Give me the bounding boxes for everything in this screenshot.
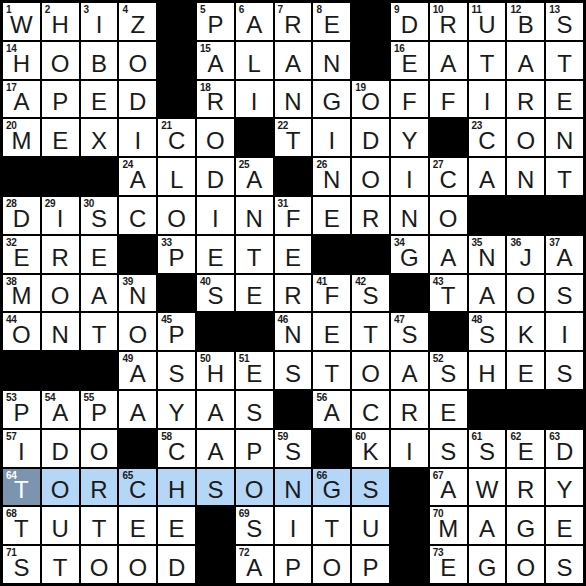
cell-r14c7[interactable]: 69S	[236, 507, 273, 544]
cell-letter: D	[3, 207, 40, 231]
cell-r7c4-block	[119, 236, 156, 273]
cell-r3c9[interactable]: G	[313, 81, 350, 118]
cell-r13c5[interactable]: H	[158, 469, 195, 506]
cell-r6c6[interactable]: I	[197, 197, 234, 234]
cell-r7c11[interactable]: 34G	[391, 236, 428, 273]
cell-r3c5-block	[158, 81, 195, 118]
cell-r11c14-block	[507, 391, 544, 428]
cell-r8c15[interactable]: S	[546, 275, 583, 312]
cell-r2c15[interactable]: T	[546, 42, 583, 79]
cell-r10c15[interactable]: S	[546, 352, 583, 389]
cell-r4c10[interactable]: D	[352, 119, 389, 156]
cell-r1c12[interactable]: 10R	[430, 3, 467, 40]
cell-letter: E	[313, 13, 350, 37]
cell-letter: O	[42, 52, 79, 76]
cell-r1c14[interactable]: 12B	[507, 3, 544, 40]
cell-r15c6-block	[197, 546, 234, 583]
cell-letter: I	[81, 13, 118, 37]
cell-r9c9[interactable]: E	[313, 313, 350, 350]
cell-r14c13[interactable]: A	[469, 507, 506, 544]
cell-r5c14[interactable]: N	[507, 158, 544, 195]
cell-r6c7[interactable]: N	[236, 197, 273, 234]
cell-letter: S	[275, 440, 312, 464]
cell-r5c12[interactable]: 27C	[430, 158, 467, 195]
cell-letter: N	[42, 323, 79, 347]
cell-letter: P	[236, 440, 273, 464]
cell-r12c12[interactable]: S	[430, 430, 467, 467]
cell-r13c13[interactable]: W	[469, 469, 506, 506]
cell-r11c11[interactable]: R	[391, 391, 428, 428]
cell-r12c11[interactable]: I	[391, 430, 428, 467]
cell-r10c5[interactable]: S	[158, 352, 195, 389]
cell-letter: H	[3, 52, 40, 76]
cell-r12c6[interactable]: A	[197, 430, 234, 467]
cell-letter: S	[546, 13, 583, 37]
cell-r3c1[interactable]: 17A	[3, 81, 40, 118]
cell-r7c12[interactable]: A	[430, 236, 467, 273]
cell-r6c11[interactable]: N	[391, 197, 428, 234]
cell-r9c2[interactable]: N	[42, 313, 79, 350]
cell-r6c4[interactable]: C	[119, 197, 156, 234]
cell-letter: S	[469, 323, 506, 347]
cell-r6c15-block	[546, 197, 583, 234]
cell-r8c8[interactable]: R	[275, 275, 312, 312]
cell-r15c14[interactable]: O	[507, 546, 544, 583]
cell-letter: P	[352, 556, 389, 580]
cell-r1c6[interactable]: 5P	[197, 3, 234, 40]
cell-r1c11[interactable]: 9D	[391, 3, 428, 40]
cell-r8c5-block	[158, 275, 195, 312]
cell-letter: T	[3, 478, 40, 502]
cell-r4c1[interactable]: 20M	[3, 119, 40, 156]
cell-r5c8-block	[275, 158, 312, 195]
cell-r11c6[interactable]: A	[197, 391, 234, 428]
cell-letter: S	[352, 478, 389, 502]
cell-r2c8[interactable]: A	[275, 42, 312, 79]
cell-r5c5[interactable]: L	[158, 158, 195, 195]
cell-r5c11[interactable]: I	[391, 158, 428, 195]
cell-letter: W	[469, 478, 506, 502]
cell-letter: W	[3, 13, 40, 37]
cell-r9c3[interactable]: T	[81, 313, 118, 350]
cell-r3c4[interactable]: D	[119, 81, 156, 118]
cell-letter: E	[236, 284, 273, 308]
cell-r15c2[interactable]: T	[42, 546, 79, 583]
cell-r10c13[interactable]: H	[469, 352, 506, 389]
cell-letter: R	[507, 478, 544, 502]
cell-r12c10[interactable]: 60K	[352, 430, 389, 467]
cell-r1c1[interactable]: 1W	[3, 3, 40, 40]
cell-r8c9[interactable]: 41F	[313, 275, 350, 312]
cell-r13c8[interactable]: N	[275, 469, 312, 506]
cell-r13c2[interactable]: O	[42, 469, 79, 506]
cell-r6c9[interactable]: E	[313, 197, 350, 234]
cell-r5c4[interactable]: 24A	[119, 158, 156, 195]
cell-r6c12[interactable]: O	[430, 197, 467, 234]
cell-letter: M	[3, 129, 40, 153]
cell-letter: S	[430, 362, 467, 386]
cell-r7c14[interactable]: 36J	[507, 236, 544, 273]
cell-letter: O	[81, 440, 118, 464]
cell-r3c2[interactable]: P	[42, 81, 79, 118]
cell-r11c7[interactable]: S	[236, 391, 273, 428]
cell-r9c1[interactable]: 44O	[3, 313, 40, 350]
cell-letter: E	[275, 246, 312, 270]
cell-r2c14[interactable]: A	[507, 42, 544, 79]
cell-r8c4[interactable]: 39N	[119, 275, 156, 312]
cell-letter: S	[430, 440, 467, 464]
cell-r3c7[interactable]: I	[236, 81, 273, 118]
cell-r12c2[interactable]: D	[42, 430, 79, 467]
cell-r14c4[interactable]: E	[119, 507, 156, 544]
cell-r15c7[interactable]: 72A	[236, 546, 273, 583]
cell-letter: D	[546, 440, 583, 464]
cell-r3c13[interactable]: I	[469, 81, 506, 118]
cell-r12c7[interactable]: P	[236, 430, 273, 467]
cell-letter: C	[158, 440, 195, 464]
cell-letter: M	[430, 517, 467, 541]
cell-r12c1[interactable]: 57I	[3, 430, 40, 467]
cell-r10c12[interactable]: 52S	[430, 352, 467, 389]
cell-r13c1[interactable]: 64T	[3, 469, 40, 506]
cell-r11c9[interactable]: 56A	[313, 391, 350, 428]
cell-letter: N	[391, 207, 428, 231]
cell-letter: S	[275, 362, 312, 386]
cell-r1c15[interactable]: 13S	[546, 3, 583, 40]
cell-r11c1[interactable]: 53P	[3, 391, 40, 428]
cell-r8c10[interactable]: 42S	[352, 275, 389, 312]
cell-r13c14[interactable]: R	[507, 469, 544, 506]
cell-r15c12[interactable]: 73E	[430, 546, 467, 583]
cell-r1c3[interactable]: 3I	[81, 3, 118, 40]
cell-letter: I	[119, 129, 156, 153]
cell-r8c6[interactable]: 40S	[197, 275, 234, 312]
cell-r4c4[interactable]: I	[119, 119, 156, 156]
cell-r10c4[interactable]: 49A	[119, 352, 156, 389]
cell-r2c11[interactable]: 16E	[391, 42, 428, 79]
cell-letter: E	[546, 517, 583, 541]
cell-r3c8[interactable]: N	[275, 81, 312, 118]
cell-r8c2[interactable]: O	[42, 275, 79, 312]
cell-r4c9[interactable]: I	[313, 119, 350, 156]
cell-r2c7[interactable]: L	[236, 42, 273, 79]
cell-letter: P	[275, 556, 312, 580]
cell-r9c15[interactable]: I	[546, 313, 583, 350]
cell-r5c6[interactable]: D	[197, 158, 234, 195]
cell-r7c9-block	[313, 236, 350, 273]
cell-r14c8[interactable]: I	[275, 507, 312, 544]
cell-r8c13[interactable]: A	[469, 275, 506, 312]
cell-r6c13-block	[469, 197, 506, 234]
cell-r6c1[interactable]: 28D	[3, 197, 40, 234]
cell-r15c8[interactable]: P	[275, 546, 312, 583]
cell-r2c2[interactable]: O	[42, 42, 79, 79]
cell-r11c5[interactable]: Y	[158, 391, 195, 428]
cell-r6c5[interactable]: O	[158, 197, 195, 234]
cell-r3c11[interactable]: F	[391, 81, 428, 118]
cell-r10c3-block	[81, 352, 118, 389]
cell-letter: Y	[546, 478, 583, 502]
cell-r12c5[interactable]: 58C	[158, 430, 195, 467]
cell-letter: D	[352, 129, 389, 153]
cell-r9c5[interactable]: 45P	[158, 313, 195, 350]
cell-letter: L	[236, 52, 273, 76]
cell-r1c7[interactable]: 6A	[236, 3, 273, 40]
cell-r1c8[interactable]: 7R	[275, 3, 312, 40]
cell-letter: O	[119, 323, 156, 347]
cell-r15c4[interactable]: O	[119, 546, 156, 583]
cell-r7c15[interactable]: 37A	[546, 236, 583, 273]
cell-r12c15[interactable]: 63D	[546, 430, 583, 467]
cell-letter: J	[507, 246, 544, 270]
cell-r14c9[interactable]: T	[313, 507, 350, 544]
cell-r10c6[interactable]: 50H	[197, 352, 234, 389]
cell-letter: N	[119, 284, 156, 308]
cell-r8c11-block	[391, 275, 428, 312]
cell-letter: C	[352, 401, 389, 425]
cell-r15c9[interactable]: O	[313, 546, 350, 583]
cell-letter: N	[546, 129, 583, 153]
cell-r13c7[interactable]: O	[236, 469, 273, 506]
cell-letter: O	[236, 478, 273, 502]
cell-letter: T	[546, 52, 583, 76]
cell-r15c5[interactable]: D	[158, 546, 195, 583]
cell-r5c7[interactable]: 25A	[236, 158, 273, 195]
cell-r13c12[interactable]: 67A	[430, 469, 467, 506]
cell-letter: E	[197, 246, 234, 270]
cell-letter: T	[3, 517, 40, 541]
cell-r10c11[interactable]: A	[391, 352, 428, 389]
cell-r14c2[interactable]: U	[42, 507, 79, 544]
cell-r7c8[interactable]: E	[275, 236, 312, 273]
cell-r4c12-block	[430, 119, 467, 156]
cell-r14c11-block	[391, 507, 428, 544]
cell-r4c6[interactable]: O	[197, 119, 234, 156]
cell-r14c12[interactable]: 70M	[430, 507, 467, 544]
cell-letter: S	[469, 440, 506, 464]
cell-r6c3[interactable]: 30S	[81, 197, 118, 234]
cell-r5c9[interactable]: 26N	[313, 158, 350, 195]
cell-r7c7[interactable]: T	[236, 236, 273, 273]
cell-letter: R	[391, 401, 428, 425]
cell-r13c4[interactable]: 65C	[119, 469, 156, 506]
cell-letter: A	[119, 362, 156, 386]
cell-letter: A	[119, 168, 156, 192]
cell-r11c3[interactable]: 55P	[81, 391, 118, 428]
cell-r13c6[interactable]: S	[197, 469, 234, 506]
cell-letter: B	[81, 52, 118, 76]
cell-letter: T	[236, 246, 273, 270]
cell-letter: G	[507, 517, 544, 541]
cell-r13c11-block	[391, 469, 428, 506]
cell-r12c3[interactable]: O	[81, 430, 118, 467]
cell-letter: O	[430, 207, 467, 231]
cell-letter: P	[197, 13, 234, 37]
cell-r2c6[interactable]: 15A	[197, 42, 234, 79]
cell-letter: O	[507, 129, 544, 153]
cell-letter: A	[507, 52, 544, 76]
cell-r9c7-block	[236, 313, 273, 350]
cell-r9c13[interactable]: 48S	[469, 313, 506, 350]
cell-r6c8[interactable]: 31F	[275, 197, 312, 234]
cell-r7c5[interactable]: 33P	[158, 236, 195, 273]
cell-r15c3[interactable]: O	[81, 546, 118, 583]
cell-r1c13[interactable]: 11U	[469, 3, 506, 40]
cell-r3c12[interactable]: F	[430, 81, 467, 118]
cell-letter: F	[275, 207, 312, 231]
cell-r14c3[interactable]: T	[81, 507, 118, 544]
cell-letter: A	[313, 401, 350, 425]
cell-letter: R	[275, 13, 312, 37]
cell-r14c14[interactable]: G	[507, 507, 544, 544]
cell-letter: O	[507, 284, 544, 308]
cell-r9c12-block	[430, 313, 467, 350]
cell-r14c5[interactable]: E	[158, 507, 195, 544]
cell-r10c1-block	[3, 352, 40, 389]
cell-r2c3[interactable]: B	[81, 42, 118, 79]
cell-r10c10[interactable]: O	[352, 352, 389, 389]
cell-letter: C	[158, 129, 195, 153]
cell-r6c2[interactable]: 29I	[42, 197, 79, 234]
cell-r3c6[interactable]: 18R	[197, 81, 234, 118]
cell-r11c12[interactable]: E	[430, 391, 467, 428]
cell-letter: B	[507, 13, 544, 37]
cell-r10c14[interactable]: E	[507, 352, 544, 389]
cell-letter: H	[197, 362, 234, 386]
cell-r4c2[interactable]: E	[42, 119, 79, 156]
cell-r5c10[interactable]: O	[352, 158, 389, 195]
cell-r7c6[interactable]: E	[197, 236, 234, 273]
cell-letter: A	[391, 362, 428, 386]
cell-r15c11-block	[391, 546, 428, 583]
cell-r11c2[interactable]: 54A	[42, 391, 79, 428]
cell-r9c11[interactable]: 47S	[391, 313, 428, 350]
cell-letter: U	[352, 517, 389, 541]
cell-letter: G	[469, 556, 506, 580]
cell-letter: T	[352, 323, 389, 347]
cell-r9c10[interactable]: T	[352, 313, 389, 350]
cell-letter: A	[469, 284, 506, 308]
cell-r13c3[interactable]: R	[81, 469, 118, 506]
cell-r1c2[interactable]: 2H	[42, 3, 79, 40]
cell-letter: N	[275, 478, 312, 502]
cell-r12c8[interactable]: 59S	[275, 430, 312, 467]
cell-r3c10[interactable]: 19O	[352, 81, 389, 118]
cell-r3c15[interactable]: E	[546, 81, 583, 118]
cell-r4c8[interactable]: 22T	[275, 119, 312, 156]
cell-r11c8-block	[275, 391, 312, 428]
cell-r8c14[interactable]: O	[507, 275, 544, 312]
cell-letter: E	[81, 246, 118, 270]
cell-r15c15[interactable]: S	[546, 546, 583, 583]
cell-r5c15[interactable]: T	[546, 158, 583, 195]
cell-letter: R	[430, 13, 467, 37]
cell-r4c13[interactable]: 23C	[469, 119, 506, 156]
cell-r7c2[interactable]: R	[42, 236, 79, 273]
cell-r10c2-block	[42, 352, 79, 389]
cell-r9c8[interactable]: 46N	[275, 313, 312, 350]
cell-letter: Y	[391, 129, 428, 153]
cell-r2c4[interactable]: O	[119, 42, 156, 79]
cell-r2c1[interactable]: 14H	[3, 42, 40, 79]
cell-r7c13[interactable]: 35N	[469, 236, 506, 273]
cell-letter: N	[507, 168, 544, 192]
cell-r10c8[interactable]: S	[275, 352, 312, 389]
cell-letter: O	[42, 478, 79, 502]
cell-letter: O	[81, 556, 118, 580]
cell-r7c1[interactable]: 32E	[3, 236, 40, 273]
cell-letter: N	[236, 207, 273, 231]
cell-r2c13[interactable]: T	[469, 42, 506, 79]
cell-r7c3[interactable]: E	[81, 236, 118, 273]
cell-r14c10[interactable]: U	[352, 507, 389, 544]
cell-r15c10[interactable]: P	[352, 546, 389, 583]
cell-r4c14[interactable]: O	[507, 119, 544, 156]
cell-r3c3[interactable]: E	[81, 81, 118, 118]
cell-r4c5[interactable]: 21C	[158, 119, 195, 156]
cell-letter: D	[391, 13, 428, 37]
cell-r10c7[interactable]: 51E	[236, 352, 273, 389]
cell-letter: C	[119, 207, 156, 231]
cell-letter: D	[42, 440, 79, 464]
cell-letter: O	[352, 362, 389, 386]
cell-r8c7[interactable]: E	[236, 275, 273, 312]
cell-letter: T	[546, 168, 583, 192]
cell-r9c14[interactable]: K	[507, 313, 544, 350]
cell-r8c3[interactable]: A	[81, 275, 118, 312]
cell-r5c13[interactable]: A	[469, 158, 506, 195]
cell-r2c12[interactable]: A	[430, 42, 467, 79]
cell-letter: S	[158, 362, 195, 386]
cell-letter: K	[352, 440, 389, 464]
cell-letter: M	[3, 284, 40, 308]
cell-r3c14[interactable]: R	[507, 81, 544, 118]
cell-r10c9[interactable]: T	[313, 352, 350, 389]
cell-r11c10[interactable]: C	[352, 391, 389, 428]
cell-letter: A	[197, 401, 234, 425]
cell-r9c4[interactable]: O	[119, 313, 156, 350]
cell-r14c1[interactable]: 68T	[3, 507, 40, 544]
cell-r13c10[interactable]: S	[352, 469, 389, 506]
cell-letter: N	[313, 52, 350, 76]
cell-r12c13[interactable]: 61S	[469, 430, 506, 467]
cell-letter: O	[352, 168, 389, 192]
cell-r15c13[interactable]: G	[469, 546, 506, 583]
cell-r1c4[interactable]: 4Z	[119, 3, 156, 40]
cell-letter: H	[42, 13, 79, 37]
cell-r2c9[interactable]: N	[313, 42, 350, 79]
cell-r8c1[interactable]: 38M	[3, 275, 40, 312]
cell-r6c10[interactable]: R	[352, 197, 389, 234]
cell-r4c3[interactable]: X	[81, 119, 118, 156]
cell-r4c15[interactable]: N	[546, 119, 583, 156]
cell-r15c1[interactable]: 71S	[3, 546, 40, 583]
cell-letter: F	[313, 284, 350, 308]
cell-r11c4[interactable]: A	[119, 391, 156, 428]
cell-letter: E	[546, 90, 583, 114]
cell-r14c15[interactable]: E	[546, 507, 583, 544]
cell-r13c9[interactable]: 66G	[313, 469, 350, 506]
cell-letter: A	[42, 401, 79, 425]
cell-r1c9[interactable]: 8E	[313, 3, 350, 40]
cell-letter: E	[391, 52, 428, 76]
cell-r9c6-block	[197, 313, 234, 350]
cell-letter: N	[313, 168, 350, 192]
cell-r13c15[interactable]: Y	[546, 469, 583, 506]
cell-r4c11[interactable]: Y	[391, 119, 428, 156]
cell-r8c12[interactable]: 43T	[430, 275, 467, 312]
cell-r12c14[interactable]: 62E	[507, 430, 544, 467]
